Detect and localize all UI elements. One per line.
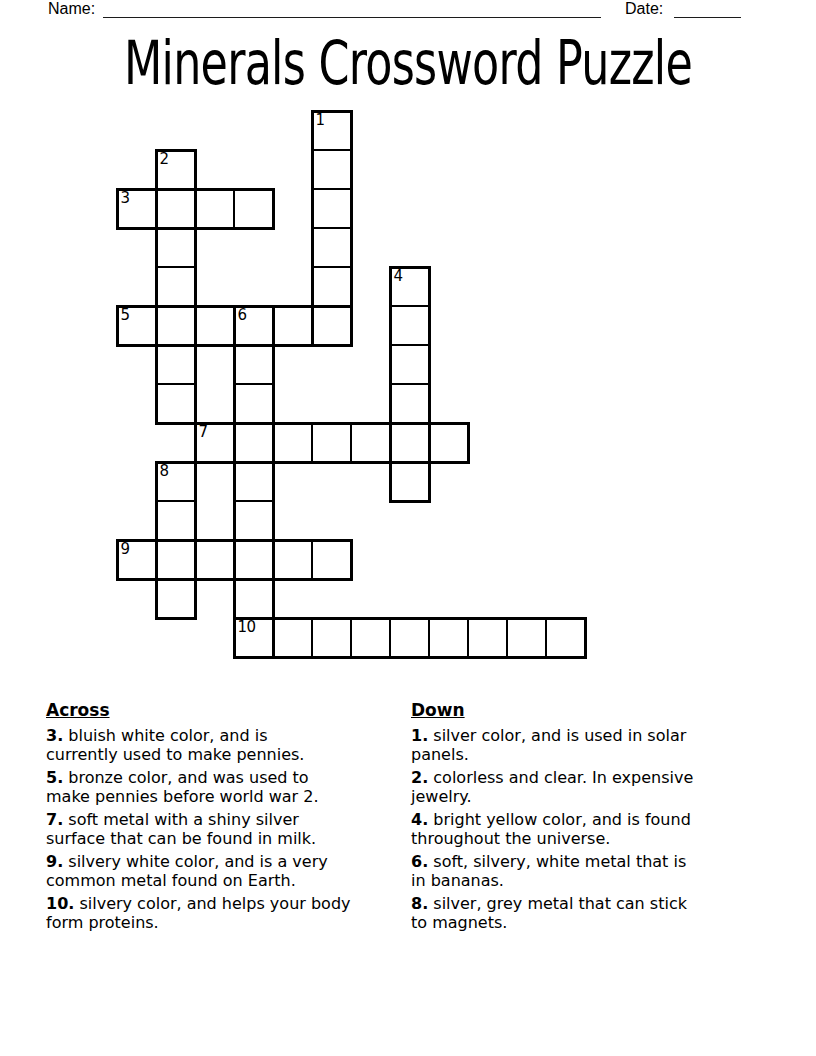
grid-cell-r6c7[interactable] (389, 344, 430, 385)
grid-cell-r13c7[interactable] (389, 617, 430, 658)
grid-cell-r8c3[interactable] (233, 422, 274, 463)
grid-cell-r3c1[interactable] (155, 227, 196, 268)
clue-number-label: 2. (411, 768, 428, 787)
clue-across-7: 7. soft metal with a shiny silversurface… (46, 810, 408, 848)
grid-cell-r2c3[interactable] (233, 188, 274, 229)
grid-cell-r4c7[interactable]: 4 (389, 266, 430, 307)
clue-number-label: 8. (411, 894, 428, 913)
clue-number-label: 6. (411, 852, 428, 871)
clue-number-label: 1. (411, 726, 428, 745)
grid-cell-r13c11[interactable] (545, 617, 586, 658)
clue-down-2: 2. colorless and clear. In expensivejewe… (411, 768, 761, 806)
grid-cell-r11c5[interactable] (311, 539, 352, 580)
clue-line: 5. bronze color, and was used to (46, 768, 408, 787)
grid-cell-r5c7[interactable] (389, 305, 430, 346)
grid-cell-r6c1[interactable] (155, 344, 196, 385)
clue-number-label: 10. (46, 894, 74, 913)
clue-line: 7. soft metal with a shiny silver (46, 810, 408, 829)
name-label: Name: (48, 0, 95, 18)
grid-cell-r5c2[interactable] (194, 305, 235, 346)
grid-cell-r11c1[interactable] (155, 539, 196, 580)
grid-cell-r13c3[interactable]: 10 (233, 617, 274, 658)
grid-cell-r2c2[interactable] (194, 188, 235, 229)
grid-cell-r13c6[interactable] (350, 617, 391, 658)
clue-across-9: 9. silvery white color, and is a verycom… (46, 852, 408, 890)
cell-number-9: 9 (121, 542, 130, 557)
grid-cell-r7c1[interactable] (155, 383, 196, 424)
clue-across-10: 10. silvery color, and helps your bodyfo… (46, 894, 408, 932)
clue-number-label: 9. (46, 852, 63, 871)
clue-down-8: 8. silver, grey metal that can stickto m… (411, 894, 761, 932)
across-heading: Across (46, 701, 408, 720)
grid-cell-r10c1[interactable] (155, 500, 196, 541)
grid-cell-r4c5[interactable] (311, 266, 352, 307)
clue-line: 8. silver, grey metal that can stick (411, 894, 761, 913)
cell-number-5: 5 (121, 308, 130, 323)
clue-line: surface that can be found in milk. (46, 829, 408, 848)
clue-number-label: 5. (46, 768, 63, 787)
clue-line: 4. bright yellow color, and is found (411, 810, 761, 829)
clue-line: 3. bluish white color, and is (46, 726, 408, 745)
crossword-grid: 12345678910 (116, 110, 587, 659)
clue-line: 1. silver color, and is used in solar (411, 726, 761, 745)
clue-line: 2. colorless and clear. In expensive (411, 768, 761, 787)
clue-across-5: 5. bronze color, and was used tomake pen… (46, 768, 408, 806)
grid-cell-r8c4[interactable] (272, 422, 313, 463)
grid-cell-r6c3[interactable] (233, 344, 274, 385)
cell-number-6: 6 (238, 308, 247, 323)
grid-cell-r11c2[interactable] (194, 539, 235, 580)
clue-number-label: 3. (46, 726, 63, 745)
grid-cell-r10c3[interactable] (233, 500, 274, 541)
cell-number-7: 7 (199, 425, 208, 440)
grid-cell-r13c8[interactable] (428, 617, 469, 658)
down-heading: Down (411, 701, 761, 720)
grid-cell-r13c4[interactable] (272, 617, 313, 658)
down-clue-list: 1. silver color, and is used in solarpan… (411, 726, 761, 932)
cell-number-10: 10 (238, 620, 256, 635)
grid-cell-r2c5[interactable] (311, 188, 352, 229)
clue-line: jewelry. (411, 787, 761, 806)
clue-across-3: 3. bluish white color, and iscurrently u… (46, 726, 408, 764)
clue-down-1: 1. silver color, and is used in solarpan… (411, 726, 761, 764)
cell-number-2: 2 (160, 152, 169, 167)
cell-number-4: 4 (394, 269, 403, 284)
grid-cell-r7c7[interactable] (389, 383, 430, 424)
grid-cell-r5c4[interactable] (272, 305, 313, 346)
grid-cell-r2c0[interactable]: 3 (116, 188, 157, 229)
grid-cell-r13c5[interactable] (311, 617, 352, 658)
grid-cell-r9c7[interactable] (389, 461, 430, 502)
grid-cell-r8c6[interactable] (350, 422, 391, 463)
clue-line: form proteins. (46, 913, 408, 932)
clue-line: to magnets. (411, 913, 761, 932)
clue-line: currently used to make pennies. (46, 745, 408, 764)
grid-cell-r5c1[interactable] (155, 305, 196, 346)
name-blank-line[interactable] (103, 0, 601, 18)
grid-cell-r2c1[interactable] (155, 188, 196, 229)
grid-cell-r9c3[interactable] (233, 461, 274, 502)
across-clue-list: 3. bluish white color, and iscurrently u… (46, 726, 408, 932)
grid-cell-r3c5[interactable] (311, 227, 352, 268)
clue-number-label: 4. (411, 810, 428, 829)
clue-line: throughout the universe. (411, 829, 761, 848)
cell-number-8: 8 (160, 464, 169, 479)
clue-line: common metal found on Earth. (46, 871, 408, 890)
grid-cell-r13c9[interactable] (467, 617, 508, 658)
date-label: Date: (625, 0, 663, 18)
grid-cell-r8c8[interactable] (428, 422, 469, 463)
clue-line: in bananas. (411, 871, 761, 890)
clue-line: panels. (411, 745, 761, 764)
clue-down-6: 6. soft, silvery, white metal that isin … (411, 852, 761, 890)
clue-number-label: 7. (46, 810, 63, 829)
grid-cell-r9c1[interactable]: 8 (155, 461, 196, 502)
clue-line: make pennies before world war 2. (46, 787, 408, 806)
grid-cell-r8c7[interactable] (389, 422, 430, 463)
down-clues: Down 1. silver color, and is used in sol… (411, 701, 761, 936)
grid-cell-r5c0[interactable]: 5 (116, 305, 157, 346)
clue-line: 6. soft, silvery, white metal that is (411, 852, 761, 871)
clue-line: 9. silvery white color, and is a very (46, 852, 408, 871)
page-title: Minerals Crossword Puzzle (106, 32, 710, 94)
grid-cell-r8c2[interactable]: 7 (194, 422, 235, 463)
cell-number-3: 3 (121, 191, 130, 206)
clue-down-4: 4. bright yellow color, and is foundthro… (411, 810, 761, 848)
date-blank-line[interactable] (674, 0, 741, 18)
grid-cell-r11c0[interactable]: 9 (116, 539, 157, 580)
grid-cell-r8c5[interactable] (311, 422, 352, 463)
grid-cell-r1c1[interactable]: 2 (155, 149, 196, 190)
grid-cell-r11c3[interactable] (233, 539, 274, 580)
grid-cell-r1c5[interactable] (311, 149, 352, 190)
grid-cell-r13c10[interactable] (506, 617, 547, 658)
clue-line: 10. silvery color, and helps your body (46, 894, 408, 913)
grid-cell-r7c3[interactable] (233, 383, 274, 424)
across-clues: Across 3. bluish white color, and iscurr… (46, 701, 408, 936)
grid-cell-r5c3[interactable]: 6 (233, 305, 274, 346)
grid-cell-r0c5[interactable]: 1 (311, 110, 352, 151)
grid-cell-r12c3[interactable] (233, 578, 274, 619)
grid-cell-r12c1[interactable] (155, 578, 196, 619)
grid-cell-r11c4[interactable] (272, 539, 313, 580)
grid-cell-r4c1[interactable] (155, 266, 196, 307)
grid-cell-r5c5[interactable] (311, 305, 352, 346)
cell-number-1: 1 (316, 113, 325, 128)
